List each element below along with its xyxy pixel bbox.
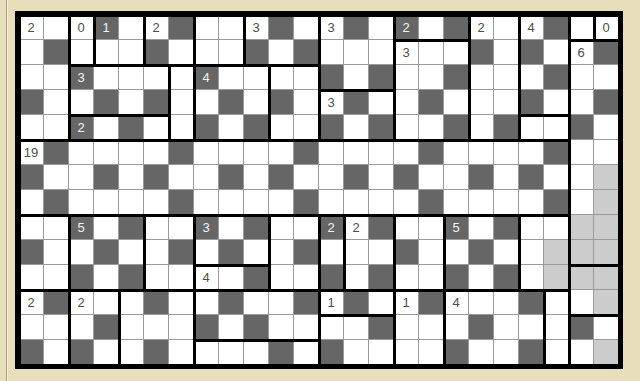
cell[interactable] bbox=[119, 65, 144, 90]
cell[interactable] bbox=[269, 265, 294, 290]
cell[interactable] bbox=[469, 115, 494, 140]
cell[interactable] bbox=[244, 215, 269, 240]
cell[interactable] bbox=[144, 240, 169, 265]
cell[interactable] bbox=[219, 340, 244, 365]
cell[interactable] bbox=[419, 90, 444, 115]
cell[interactable] bbox=[319, 65, 344, 90]
cell[interactable] bbox=[519, 65, 544, 90]
cell[interactable] bbox=[269, 115, 294, 140]
cell[interactable] bbox=[544, 315, 569, 340]
cell[interactable] bbox=[494, 190, 519, 215]
cell[interactable] bbox=[294, 190, 319, 215]
cell[interactable] bbox=[294, 290, 319, 315]
cell[interactable] bbox=[69, 190, 94, 215]
cell[interactable] bbox=[369, 215, 394, 240]
cell[interactable] bbox=[119, 315, 144, 340]
cell[interactable] bbox=[119, 90, 144, 115]
cell[interactable] bbox=[344, 90, 369, 115]
cell[interactable] bbox=[544, 115, 569, 140]
cell[interactable]: 3 bbox=[319, 90, 344, 115]
cell[interactable] bbox=[169, 265, 194, 290]
cell[interactable] bbox=[594, 65, 619, 90]
cell[interactable]: 2 bbox=[19, 290, 44, 315]
cell[interactable] bbox=[44, 165, 69, 190]
cell[interactable] bbox=[394, 165, 419, 190]
cell[interactable]: 2 bbox=[69, 115, 94, 140]
cell[interactable] bbox=[119, 40, 144, 65]
cell[interactable] bbox=[144, 340, 169, 365]
cell[interactable]: 2 bbox=[344, 215, 369, 240]
cell[interactable] bbox=[269, 65, 294, 90]
cell[interactable] bbox=[19, 65, 44, 90]
cell[interactable] bbox=[144, 190, 169, 215]
cell[interactable]: 1 bbox=[319, 290, 344, 315]
cell[interactable] bbox=[269, 165, 294, 190]
cell[interactable] bbox=[569, 240, 594, 265]
cell[interactable] bbox=[369, 140, 394, 165]
cell[interactable] bbox=[469, 265, 494, 290]
cell[interactable] bbox=[194, 15, 219, 40]
cell[interactable] bbox=[169, 190, 194, 215]
cell[interactable] bbox=[519, 215, 544, 240]
cell[interactable] bbox=[369, 190, 394, 215]
cell[interactable] bbox=[244, 315, 269, 340]
cell[interactable]: 3 bbox=[244, 15, 269, 40]
cell[interactable] bbox=[344, 290, 369, 315]
cell[interactable] bbox=[469, 140, 494, 165]
cell[interactable] bbox=[294, 240, 319, 265]
cell[interactable] bbox=[44, 265, 69, 290]
cell[interactable] bbox=[369, 340, 394, 365]
cell[interactable] bbox=[569, 215, 594, 240]
cell[interactable] bbox=[94, 190, 119, 215]
cell[interactable] bbox=[94, 315, 119, 340]
cell[interactable]: 2 bbox=[19, 15, 44, 40]
cell[interactable] bbox=[19, 40, 44, 65]
cell[interactable] bbox=[94, 40, 119, 65]
cell[interactable] bbox=[594, 290, 619, 315]
cell[interactable] bbox=[444, 265, 469, 290]
cell[interactable] bbox=[419, 65, 444, 90]
cell[interactable]: 4 bbox=[519, 15, 544, 40]
cell[interactable]: 4 bbox=[194, 65, 219, 90]
cell[interactable] bbox=[69, 140, 94, 165]
cell[interactable] bbox=[294, 340, 319, 365]
cell[interactable] bbox=[169, 140, 194, 165]
cell[interactable] bbox=[544, 165, 569, 190]
cell[interactable] bbox=[394, 240, 419, 265]
cell[interactable] bbox=[444, 15, 469, 40]
cell[interactable] bbox=[144, 165, 169, 190]
cell[interactable] bbox=[169, 315, 194, 340]
cell[interactable] bbox=[44, 140, 69, 165]
cell[interactable] bbox=[494, 40, 519, 65]
cell[interactable] bbox=[469, 215, 494, 240]
cell[interactable] bbox=[344, 40, 369, 65]
cell[interactable]: 4 bbox=[194, 265, 219, 290]
cell[interactable]: 4 bbox=[444, 290, 469, 315]
cell[interactable]: 2 bbox=[144, 15, 169, 40]
cell[interactable] bbox=[19, 90, 44, 115]
cell[interactable] bbox=[294, 215, 319, 240]
cell[interactable] bbox=[44, 190, 69, 215]
cell[interactable] bbox=[419, 290, 444, 315]
cell[interactable] bbox=[194, 90, 219, 115]
cell[interactable] bbox=[294, 315, 319, 340]
cell[interactable] bbox=[294, 165, 319, 190]
cell[interactable] bbox=[469, 40, 494, 65]
cell[interactable] bbox=[419, 215, 444, 240]
cell[interactable] bbox=[244, 190, 269, 215]
cell[interactable] bbox=[369, 90, 394, 115]
cell[interactable] bbox=[194, 115, 219, 140]
cell[interactable] bbox=[119, 340, 144, 365]
cell[interactable] bbox=[594, 340, 619, 365]
cell[interactable] bbox=[444, 90, 469, 115]
cell[interactable] bbox=[419, 265, 444, 290]
cell[interactable]: 3 bbox=[394, 40, 419, 65]
cell[interactable] bbox=[569, 340, 594, 365]
cell[interactable] bbox=[569, 190, 594, 215]
cell[interactable] bbox=[494, 90, 519, 115]
cell[interactable] bbox=[94, 290, 119, 315]
cell[interactable] bbox=[519, 290, 544, 315]
cell[interactable] bbox=[319, 315, 344, 340]
cell[interactable] bbox=[144, 315, 169, 340]
cell[interactable]: 1 bbox=[94, 15, 119, 40]
cell[interactable] bbox=[394, 65, 419, 90]
cell[interactable] bbox=[94, 65, 119, 90]
cell[interactable] bbox=[269, 215, 294, 240]
cell[interactable] bbox=[69, 165, 94, 190]
cell[interactable] bbox=[519, 265, 544, 290]
cell[interactable] bbox=[369, 165, 394, 190]
cell[interactable] bbox=[44, 65, 69, 90]
cell[interactable] bbox=[569, 265, 594, 290]
cell[interactable] bbox=[169, 40, 194, 65]
cell[interactable] bbox=[394, 340, 419, 365]
cell[interactable] bbox=[494, 65, 519, 90]
cell[interactable] bbox=[594, 315, 619, 340]
cell[interactable]: 6 bbox=[569, 40, 594, 65]
cell[interactable]: 2 bbox=[469, 15, 494, 40]
cell[interactable] bbox=[319, 115, 344, 140]
cell[interactable] bbox=[344, 140, 369, 165]
cell[interactable] bbox=[319, 165, 344, 190]
cell[interactable]: 5 bbox=[69, 215, 94, 240]
cell[interactable] bbox=[519, 315, 544, 340]
cell[interactable] bbox=[594, 165, 619, 190]
cell[interactable] bbox=[44, 40, 69, 65]
cell[interactable] bbox=[544, 265, 569, 290]
cell[interactable] bbox=[369, 290, 394, 315]
cell[interactable] bbox=[244, 65, 269, 90]
cell[interactable] bbox=[44, 215, 69, 240]
cell[interactable] bbox=[144, 65, 169, 90]
cell[interactable] bbox=[494, 290, 519, 315]
cell[interactable]: 5 bbox=[444, 215, 469, 240]
cell[interactable] bbox=[19, 315, 44, 340]
cell[interactable] bbox=[19, 240, 44, 265]
cell[interactable] bbox=[569, 165, 594, 190]
cell[interactable] bbox=[219, 15, 244, 40]
cell[interactable] bbox=[444, 65, 469, 90]
cell[interactable] bbox=[469, 65, 494, 90]
cell[interactable] bbox=[519, 115, 544, 140]
cell[interactable] bbox=[69, 265, 94, 290]
cell[interactable] bbox=[544, 190, 569, 215]
cell[interactable] bbox=[69, 240, 94, 265]
cell[interactable] bbox=[244, 240, 269, 265]
cell[interactable] bbox=[69, 340, 94, 365]
cell[interactable] bbox=[544, 65, 569, 90]
cell[interactable] bbox=[344, 340, 369, 365]
cell[interactable] bbox=[294, 90, 319, 115]
cell[interactable] bbox=[69, 90, 94, 115]
cell[interactable] bbox=[594, 115, 619, 140]
cell[interactable] bbox=[144, 40, 169, 65]
cell[interactable] bbox=[469, 315, 494, 340]
cell[interactable] bbox=[544, 240, 569, 265]
cell[interactable] bbox=[144, 115, 169, 140]
cell[interactable] bbox=[494, 115, 519, 140]
cell[interactable]: 0 bbox=[69, 15, 94, 40]
cell[interactable] bbox=[494, 340, 519, 365]
cell[interactable] bbox=[44, 115, 69, 140]
cell[interactable] bbox=[19, 165, 44, 190]
cell[interactable] bbox=[369, 240, 394, 265]
cell[interactable] bbox=[244, 165, 269, 190]
cell[interactable]: 1 bbox=[394, 290, 419, 315]
cell[interactable] bbox=[69, 315, 94, 340]
cell[interactable] bbox=[119, 265, 144, 290]
cell[interactable] bbox=[144, 290, 169, 315]
cell[interactable] bbox=[119, 190, 144, 215]
cell[interactable] bbox=[419, 40, 444, 65]
cell[interactable] bbox=[444, 240, 469, 265]
cell[interactable] bbox=[569, 315, 594, 340]
cell[interactable] bbox=[244, 90, 269, 115]
cell[interactable] bbox=[219, 140, 244, 165]
cell[interactable] bbox=[594, 40, 619, 65]
cell[interactable] bbox=[394, 140, 419, 165]
cell[interactable] bbox=[44, 15, 69, 40]
cell[interactable] bbox=[44, 315, 69, 340]
cell[interactable] bbox=[144, 90, 169, 115]
cell[interactable] bbox=[444, 140, 469, 165]
cell[interactable] bbox=[19, 265, 44, 290]
cell[interactable] bbox=[394, 115, 419, 140]
cell[interactable] bbox=[594, 240, 619, 265]
cell[interactable] bbox=[494, 140, 519, 165]
cell[interactable] bbox=[244, 140, 269, 165]
cell[interactable] bbox=[594, 265, 619, 290]
cell[interactable] bbox=[544, 140, 569, 165]
cell[interactable] bbox=[144, 140, 169, 165]
cell[interactable] bbox=[419, 190, 444, 215]
cell[interactable] bbox=[519, 90, 544, 115]
cell[interactable] bbox=[119, 165, 144, 190]
cell[interactable] bbox=[244, 115, 269, 140]
cell[interactable] bbox=[94, 340, 119, 365]
cell[interactable] bbox=[469, 165, 494, 190]
cell[interactable] bbox=[119, 290, 144, 315]
cell[interactable] bbox=[219, 65, 244, 90]
cell[interactable] bbox=[19, 115, 44, 140]
cell[interactable] bbox=[519, 240, 544, 265]
cell[interactable] bbox=[344, 15, 369, 40]
cell[interactable] bbox=[194, 340, 219, 365]
cell[interactable] bbox=[369, 315, 394, 340]
cell[interactable] bbox=[344, 115, 369, 140]
cell[interactable] bbox=[319, 240, 344, 265]
cell[interactable] bbox=[244, 340, 269, 365]
cell[interactable] bbox=[519, 140, 544, 165]
cell[interactable] bbox=[219, 240, 244, 265]
cell[interactable] bbox=[44, 90, 69, 115]
cell[interactable] bbox=[269, 90, 294, 115]
cell[interactable] bbox=[194, 190, 219, 215]
cell[interactable] bbox=[494, 265, 519, 290]
cell[interactable] bbox=[19, 340, 44, 365]
cell[interactable] bbox=[294, 40, 319, 65]
cell[interactable] bbox=[344, 165, 369, 190]
cell[interactable] bbox=[444, 115, 469, 140]
cell[interactable] bbox=[219, 215, 244, 240]
cell[interactable] bbox=[494, 215, 519, 240]
cell[interactable] bbox=[394, 90, 419, 115]
cell[interactable] bbox=[219, 115, 244, 140]
cell[interactable] bbox=[519, 190, 544, 215]
cell[interactable] bbox=[569, 140, 594, 165]
cell[interactable] bbox=[469, 340, 494, 365]
cell[interactable] bbox=[169, 115, 194, 140]
cell[interactable] bbox=[419, 340, 444, 365]
cell[interactable] bbox=[444, 190, 469, 215]
cell[interactable] bbox=[544, 40, 569, 65]
cell[interactable] bbox=[569, 115, 594, 140]
cell[interactable] bbox=[219, 90, 244, 115]
cell[interactable] bbox=[44, 290, 69, 315]
cell[interactable] bbox=[544, 290, 569, 315]
cell[interactable] bbox=[269, 40, 294, 65]
cell[interactable] bbox=[169, 15, 194, 40]
cell[interactable] bbox=[319, 140, 344, 165]
cell[interactable] bbox=[319, 190, 344, 215]
cell[interactable] bbox=[169, 340, 194, 365]
cell[interactable] bbox=[319, 340, 344, 365]
cell[interactable] bbox=[269, 315, 294, 340]
cell[interactable] bbox=[369, 40, 394, 65]
cell[interactable]: 2 bbox=[69, 290, 94, 315]
cell[interactable]: 2 bbox=[319, 215, 344, 240]
cell[interactable] bbox=[219, 165, 244, 190]
cell[interactable] bbox=[294, 115, 319, 140]
cell[interactable] bbox=[94, 265, 119, 290]
cell[interactable] bbox=[294, 265, 319, 290]
cell[interactable] bbox=[194, 290, 219, 315]
cell[interactable] bbox=[244, 40, 269, 65]
cell[interactable] bbox=[394, 215, 419, 240]
cell[interactable] bbox=[119, 215, 144, 240]
cell[interactable] bbox=[469, 90, 494, 115]
cell[interactable]: 3 bbox=[69, 65, 94, 90]
cell[interactable] bbox=[394, 315, 419, 340]
cell[interactable]: 0 bbox=[594, 15, 619, 40]
cell[interactable] bbox=[194, 165, 219, 190]
cell[interactable] bbox=[344, 190, 369, 215]
cell[interactable] bbox=[94, 90, 119, 115]
cell[interactable] bbox=[344, 265, 369, 290]
cell[interactable] bbox=[319, 40, 344, 65]
cell[interactable] bbox=[469, 290, 494, 315]
cell[interactable] bbox=[294, 65, 319, 90]
cell[interactable] bbox=[594, 140, 619, 165]
cell[interactable]: 2 bbox=[394, 15, 419, 40]
cell[interactable] bbox=[444, 340, 469, 365]
cell[interactable] bbox=[394, 190, 419, 215]
cell[interactable] bbox=[169, 240, 194, 265]
cell[interactable] bbox=[394, 265, 419, 290]
cell[interactable] bbox=[569, 290, 594, 315]
cell[interactable] bbox=[219, 265, 244, 290]
cell[interactable] bbox=[444, 40, 469, 65]
cell[interactable] bbox=[444, 165, 469, 190]
cell[interactable] bbox=[69, 40, 94, 65]
cell[interactable] bbox=[94, 115, 119, 140]
cell[interactable] bbox=[369, 65, 394, 90]
cell[interactable] bbox=[194, 140, 219, 165]
cell[interactable]: 3 bbox=[194, 215, 219, 240]
cell[interactable] bbox=[344, 65, 369, 90]
cell[interactable] bbox=[419, 15, 444, 40]
cell[interactable] bbox=[369, 115, 394, 140]
cell[interactable] bbox=[469, 190, 494, 215]
cell[interactable] bbox=[544, 215, 569, 240]
cell[interactable] bbox=[369, 15, 394, 40]
cell[interactable] bbox=[144, 265, 169, 290]
cell[interactable] bbox=[244, 290, 269, 315]
cell[interactable] bbox=[569, 90, 594, 115]
cell[interactable] bbox=[94, 165, 119, 190]
cell[interactable] bbox=[419, 115, 444, 140]
cell[interactable] bbox=[594, 215, 619, 240]
cell[interactable] bbox=[269, 15, 294, 40]
cell[interactable] bbox=[344, 315, 369, 340]
cell[interactable] bbox=[169, 165, 194, 190]
cell[interactable] bbox=[219, 40, 244, 65]
cell[interactable] bbox=[194, 40, 219, 65]
cell[interactable] bbox=[444, 315, 469, 340]
cell[interactable] bbox=[319, 265, 344, 290]
cell[interactable] bbox=[119, 15, 144, 40]
cell[interactable] bbox=[269, 290, 294, 315]
cell[interactable]: 19 bbox=[19, 140, 44, 165]
cell[interactable] bbox=[494, 15, 519, 40]
cell[interactable] bbox=[119, 140, 144, 165]
cell[interactable] bbox=[419, 240, 444, 265]
cell[interactable] bbox=[519, 340, 544, 365]
cell[interactable] bbox=[269, 140, 294, 165]
cell[interactable] bbox=[19, 215, 44, 240]
cell[interactable] bbox=[169, 290, 194, 315]
cell[interactable] bbox=[269, 190, 294, 215]
cell[interactable] bbox=[569, 15, 594, 40]
cell[interactable] bbox=[219, 315, 244, 340]
cell[interactable] bbox=[294, 140, 319, 165]
cell[interactable] bbox=[119, 115, 144, 140]
cell[interactable] bbox=[369, 265, 394, 290]
